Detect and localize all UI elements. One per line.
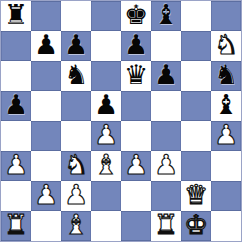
black-queen[interactable]: ♛ [124, 61, 148, 90]
square-b4[interactable] [31, 121, 61, 151]
square-d1[interactable] [91, 211, 121, 241]
square-e2[interactable] [121, 181, 151, 211]
square-e1[interactable] [121, 211, 151, 241]
square-c6[interactable]: ♞ [61, 61, 91, 91]
black-knight[interactable]: ♞ [64, 61, 88, 90]
square-b8[interactable] [31, 1, 61, 31]
square-e8[interactable]: ♚ [121, 1, 151, 31]
square-g2[interactable]: ♛ [181, 181, 211, 211]
black-bishop[interactable]: ♝ [214, 91, 238, 120]
square-f2[interactable] [151, 181, 181, 211]
square-f7[interactable] [151, 31, 181, 61]
square-g4[interactable] [181, 121, 211, 151]
white-king[interactable]: ♚ [184, 211, 208, 240]
black-rook[interactable]: ♜ [4, 1, 28, 30]
chess-board: ♜♚♝♟♟♟♞♞♛♟♞♟♟♝♟♟♟♞♝♟♟♟♟♛♜♝♜♚ [0, 0, 242, 242]
black-knight[interactable]: ♞ [214, 61, 238, 90]
white-knight[interactable]: ♞ [214, 31, 238, 60]
black-pawn[interactable]: ♟ [154, 61, 178, 90]
square-f5[interactable] [151, 91, 181, 121]
black-pawn[interactable]: ♟ [4, 91, 28, 120]
square-d2[interactable] [91, 181, 121, 211]
white-knight[interactable]: ♞ [64, 151, 88, 180]
square-d7[interactable] [91, 31, 121, 61]
square-e5[interactable] [121, 91, 151, 121]
square-h7[interactable]: ♞ [211, 31, 241, 61]
white-bishop[interactable]: ♝ [64, 211, 88, 240]
white-pawn[interactable]: ♟ [64, 181, 88, 210]
white-pawn[interactable]: ♟ [154, 151, 178, 180]
white-bishop[interactable]: ♝ [94, 151, 118, 180]
square-b7[interactable]: ♟ [31, 31, 61, 61]
square-d4[interactable]: ♟ [91, 121, 121, 151]
square-d8[interactable] [91, 1, 121, 31]
square-f6[interactable]: ♟ [151, 61, 181, 91]
square-g8[interactable] [181, 1, 211, 31]
square-g6[interactable] [181, 61, 211, 91]
square-c7[interactable]: ♟ [61, 31, 91, 61]
square-h3[interactable] [211, 151, 241, 181]
square-a1[interactable]: ♜ [1, 211, 31, 241]
square-h2[interactable] [211, 181, 241, 211]
square-a4[interactable] [1, 121, 31, 151]
square-c1[interactable]: ♝ [61, 211, 91, 241]
square-f8[interactable]: ♝ [151, 1, 181, 31]
square-a5[interactable]: ♟ [1, 91, 31, 121]
square-g1[interactable]: ♚ [181, 211, 211, 241]
square-e3[interactable]: ♟ [121, 151, 151, 181]
black-king[interactable]: ♚ [124, 1, 148, 30]
square-g3[interactable] [181, 151, 211, 181]
square-a2[interactable] [1, 181, 31, 211]
square-a8[interactable]: ♜ [1, 1, 31, 31]
square-c4[interactable] [61, 121, 91, 151]
black-pawn[interactable]: ♟ [124, 31, 148, 60]
black-bishop[interactable]: ♝ [154, 1, 178, 30]
square-b3[interactable] [31, 151, 61, 181]
square-f3[interactable]: ♟ [151, 151, 181, 181]
square-g5[interactable] [181, 91, 211, 121]
square-d3[interactable]: ♝ [91, 151, 121, 181]
square-c5[interactable] [61, 91, 91, 121]
square-a6[interactable] [1, 61, 31, 91]
square-h6[interactable]: ♞ [211, 61, 241, 91]
white-pawn[interactable]: ♟ [124, 151, 148, 180]
black-pawn[interactable]: ♟ [94, 91, 118, 120]
square-b5[interactable] [31, 91, 61, 121]
square-d6[interactable] [91, 61, 121, 91]
square-b2[interactable]: ♟ [31, 181, 61, 211]
white-pawn[interactable]: ♟ [94, 121, 118, 150]
white-pawn[interactable]: ♟ [4, 151, 28, 180]
square-f4[interactable] [151, 121, 181, 151]
square-e6[interactable]: ♛ [121, 61, 151, 91]
square-d5[interactable]: ♟ [91, 91, 121, 121]
square-h8[interactable] [211, 1, 241, 31]
white-pawn[interactable]: ♟ [34, 181, 58, 210]
square-b6[interactable] [31, 61, 61, 91]
square-c8[interactable] [61, 1, 91, 31]
square-c3[interactable]: ♞ [61, 151, 91, 181]
square-h4[interactable]: ♟ [211, 121, 241, 151]
white-rook[interactable]: ♜ [4, 211, 28, 240]
white-rook[interactable]: ♜ [154, 211, 178, 240]
black-pawn[interactable]: ♟ [34, 31, 58, 60]
square-c2[interactable]: ♟ [61, 181, 91, 211]
square-b1[interactable] [31, 211, 61, 241]
square-h5[interactable]: ♝ [211, 91, 241, 121]
square-e7[interactable]: ♟ [121, 31, 151, 61]
square-a3[interactable]: ♟ [1, 151, 31, 181]
black-pawn[interactable]: ♟ [64, 31, 88, 60]
white-queen[interactable]: ♛ [184, 181, 208, 210]
square-f1[interactable]: ♜ [151, 211, 181, 241]
square-a7[interactable] [1, 31, 31, 61]
white-pawn[interactable]: ♟ [214, 121, 238, 150]
square-g7[interactable] [181, 31, 211, 61]
square-h1[interactable] [211, 211, 241, 241]
square-e4[interactable] [121, 121, 151, 151]
